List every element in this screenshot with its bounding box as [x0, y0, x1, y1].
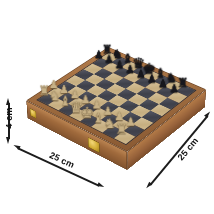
height-dimension-label: 4 cm [4, 103, 14, 133]
brass-latch-large-icon [88, 137, 100, 154]
piece-black-rook: ♜ [176, 73, 190, 93]
product-photo: ♜♞♝♛♚♝♞♜♟♟♟♟♟♟♟♟♟♟♟♟♟♟♟♟♜♞♝♛♚♝♞♜ 4 cm 25… [0, 0, 214, 214]
arrowhead-down-icon [6, 137, 10, 144]
square-d5 [106, 84, 126, 95]
arrowhead-left-icon [145, 182, 153, 190]
square-a2: ♟ [47, 87, 67, 98]
piece-black-rook: ♜ [101, 41, 114, 60]
square-h6 [159, 98, 179, 110]
chess-box: ♜♞♝♛♚♝♞♜♟♟♟♟♟♟♟♟♟♟♟♟♟♟♟♟♜♞♝♛♚♝♞♜ [26, 47, 206, 152]
arrowhead-right-icon [204, 110, 212, 118]
piece-white-pawn: ♟ [47, 75, 61, 95]
square-c3 [77, 91, 97, 102]
chess-box-scene: ♜♞♝♛♚♝♞♜♟♟♟♟♟♟♟♟♟♟♟♟♟♟♟♟♜♞♝♛♚♝♞♜ [0, 0, 214, 214]
brass-latch-small-icon [30, 108, 37, 119]
